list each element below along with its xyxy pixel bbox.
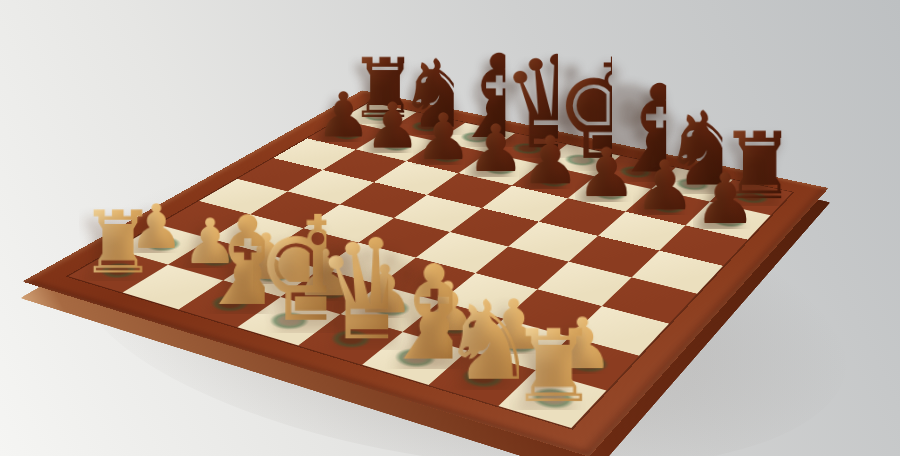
perspective-scene: ♜♞♝♛♚♝♞♜♟♟♟♟♟♟♟♟♟♟♟♟♟♟♟♟♜♝♚♛♝♞♜: [0, 0, 900, 456]
white-knight: ♞: [440, 287, 519, 397]
black-pawn: ♟: [575, 139, 638, 207]
black-pawn: ♟: [693, 164, 758, 234]
black-pawn: ♟: [413, 105, 473, 169]
chess-board-grid: ♜♞♝♛♚♝♞♜♟♟♟♟♟♟♟♟♟♟♟♟♟♟♟♟♜♝♚♛♝♞♜: [69, 102, 792, 428]
chess-board-frame: ♜♞♝♛♚♝♞♜♟♟♟♟♟♟♟♟♟♟♟♟♟♟♟♟♜♝♚♛♝♞♜: [22, 90, 828, 456]
black-pawn: ♟: [519, 127, 581, 194]
chess-photo-stage: ♜♞♝♛♚♝♞♜♟♟♟♟♟♟♟♟♟♟♟♟♟♟♟♟♜♝♚♛♝♞♜: [0, 0, 900, 456]
square-h1: ♜: [498, 370, 606, 428]
white-rook: ♜: [79, 200, 149, 286]
